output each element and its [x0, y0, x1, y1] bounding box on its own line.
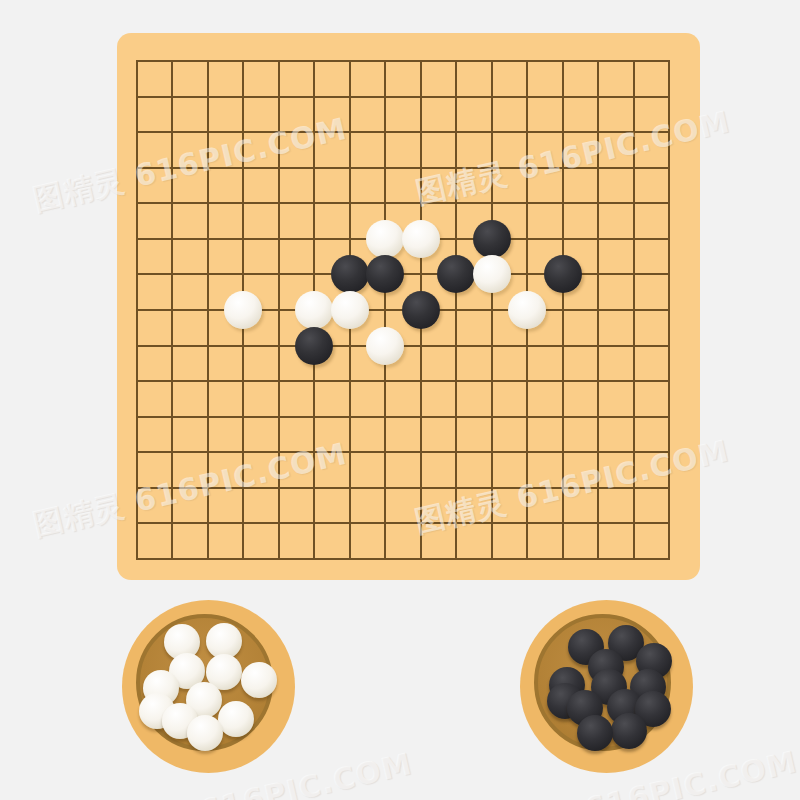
white-bowl-stone	[187, 715, 223, 751]
black-stone-bowl[interactable]	[520, 600, 693, 773]
white-stone[interactable]	[473, 255, 511, 293]
black-stone[interactable]	[331, 255, 369, 293]
black-stone[interactable]	[366, 255, 404, 293]
go-board	[117, 33, 700, 580]
white-stone[interactable]	[224, 291, 262, 329]
white-stone[interactable]	[366, 327, 404, 365]
white-stone[interactable]	[366, 220, 404, 258]
white-stone[interactable]	[508, 291, 546, 329]
black-stone[interactable]	[295, 327, 333, 365]
black-stone[interactable]	[437, 255, 475, 293]
black-stone[interactable]	[402, 291, 440, 329]
white-bowl-stone	[218, 701, 254, 737]
white-stone[interactable]	[331, 291, 369, 329]
black-stone[interactable]	[544, 255, 582, 293]
black-bowl-stone	[577, 715, 613, 751]
white-stone[interactable]	[295, 291, 333, 329]
black-stone[interactable]	[473, 220, 511, 258]
board-grid[interactable]	[136, 60, 670, 560]
white-stone[interactable]	[402, 220, 440, 258]
white-bowl-stone	[241, 662, 277, 698]
white-stone-bowl[interactable]	[122, 600, 295, 773]
black-bowl-stone	[611, 713, 647, 749]
canvas: 图精灵 616PIC.COM图精灵 616PIC.COM图精灵 616PIC.C…	[0, 0, 800, 800]
